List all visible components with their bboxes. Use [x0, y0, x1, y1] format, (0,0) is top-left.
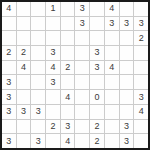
clue-cell[interactable]: 4: [17, 61, 31, 75]
clue-cell[interactable]: 2: [90, 134, 104, 148]
grid-cell[interactable]: [90, 31, 104, 45]
grid-cell[interactable]: [75, 120, 89, 134]
grid-cell[interactable]: [46, 105, 60, 119]
grid-cell[interactable]: [120, 61, 134, 75]
grid-cell[interactable]: [75, 105, 89, 119]
clue-cell[interactable]: 2: [134, 31, 148, 45]
grid-cell[interactable]: [31, 61, 45, 75]
grid-cell[interactable]: [61, 105, 75, 119]
grid-cell[interactable]: [90, 2, 104, 16]
grid-cell[interactable]: [120, 46, 134, 60]
grid-cell[interactable]: [46, 134, 60, 148]
clue-cell[interactable]: 3: [17, 105, 31, 119]
grid-cell[interactable]: [2, 120, 16, 134]
clue-cell[interactable]: 4: [105, 61, 119, 75]
grid-cell[interactable]: [2, 31, 16, 45]
clue-cell[interactable]: 3: [46, 46, 60, 60]
grid-cell[interactable]: [134, 134, 148, 148]
grid-cell[interactable]: [105, 90, 119, 104]
clue-cell[interactable]: 4: [134, 105, 148, 119]
clue-cell[interactable]: 3: [31, 134, 45, 148]
grid-cell[interactable]: [134, 120, 148, 134]
clue-cell[interactable]: 3: [31, 105, 45, 119]
grid-cell[interactable]: [120, 105, 134, 119]
clue-cell[interactable]: 2: [90, 120, 104, 134]
grid-cell[interactable]: [17, 90, 31, 104]
puzzle-grid: 4134333322233442343334033334232333423: [0, 0, 150, 150]
grid-cell[interactable]: [61, 17, 75, 31]
grid-cell[interactable]: [31, 31, 45, 45]
clue-cell[interactable]: 3: [75, 17, 89, 31]
grid-cell[interactable]: [61, 2, 75, 16]
clue-cell[interactable]: 2: [17, 46, 31, 60]
clue-cell[interactable]: 4: [105, 2, 119, 16]
grid-cell[interactable]: [90, 17, 104, 31]
grid-cell[interactable]: [120, 90, 134, 104]
grid-cell[interactable]: [17, 17, 31, 31]
clue-cell[interactable]: 3: [61, 120, 75, 134]
clue-cell[interactable]: 2: [2, 46, 16, 60]
clue-cell[interactable]: 3: [75, 2, 89, 16]
grid-cell[interactable]: [75, 46, 89, 60]
clue-cell[interactable]: 3: [120, 134, 134, 148]
clue-cell[interactable]: 3: [2, 134, 16, 148]
clue-cell[interactable]: 3: [90, 46, 104, 60]
grid-cell[interactable]: [75, 90, 89, 104]
grid-cell[interactable]: [75, 75, 89, 89]
clue-cell[interactable]: 4: [61, 90, 75, 104]
grid-cell[interactable]: [134, 2, 148, 16]
grid-cell[interactable]: [46, 90, 60, 104]
clue-cell[interactable]: 3: [105, 17, 119, 31]
clue-cell[interactable]: 1: [46, 2, 60, 16]
clue-cell[interactable]: 4: [61, 134, 75, 148]
grid-cell[interactable]: [90, 105, 104, 119]
grid-cell[interactable]: [17, 2, 31, 16]
grid-cell[interactable]: [31, 75, 45, 89]
grid-cell[interactable]: [105, 46, 119, 60]
grid-cell[interactable]: [105, 105, 119, 119]
clue-cell[interactable]: 3: [90, 61, 104, 75]
clue-cell[interactable]: 3: [2, 105, 16, 119]
clue-cell[interactable]: 3: [46, 75, 60, 89]
grid-cell[interactable]: [134, 75, 148, 89]
clue-cell[interactable]: 2: [46, 120, 60, 134]
clue-cell[interactable]: 0: [90, 90, 104, 104]
grid-cell[interactable]: [46, 31, 60, 45]
grid-cell[interactable]: [61, 31, 75, 45]
grid-cell[interactable]: [105, 120, 119, 134]
grid-cell[interactable]: [31, 120, 45, 134]
grid-cell[interactable]: [31, 17, 45, 31]
grid-cell[interactable]: [61, 46, 75, 60]
clue-cell[interactable]: 4: [46, 61, 60, 75]
grid-cell[interactable]: [17, 75, 31, 89]
clue-cell[interactable]: 3: [120, 120, 134, 134]
grid-cell[interactable]: [61, 75, 75, 89]
grid-cell[interactable]: [134, 61, 148, 75]
grid-cell[interactable]: [31, 46, 45, 60]
grid-cell[interactable]: [2, 17, 16, 31]
clue-cell[interactable]: 3: [2, 90, 16, 104]
clue-cell[interactable]: 3: [134, 90, 148, 104]
grid-cell[interactable]: [17, 31, 31, 45]
clue-cell[interactable]: 4: [2, 2, 16, 16]
clue-cell[interactable]: 3: [134, 17, 148, 31]
grid-cell[interactable]: [120, 2, 134, 16]
grid-cell[interactable]: [134, 46, 148, 60]
grid-cell[interactable]: [120, 75, 134, 89]
grid-cell[interactable]: [105, 134, 119, 148]
grid-cell[interactable]: [75, 61, 89, 75]
grid-cell[interactable]: [2, 61, 16, 75]
grid-cell[interactable]: [105, 75, 119, 89]
grid-cell[interactable]: [90, 75, 104, 89]
grid-cell[interactable]: [31, 90, 45, 104]
grid-cell[interactable]: [120, 31, 134, 45]
clue-cell[interactable]: 3: [2, 75, 16, 89]
grid-cell[interactable]: [105, 31, 119, 45]
grid-cell[interactable]: [75, 134, 89, 148]
clue-cell[interactable]: 2: [61, 61, 75, 75]
grid-cell[interactable]: [31, 2, 45, 16]
grid-cell[interactable]: [17, 120, 31, 134]
grid-cell[interactable]: [75, 31, 89, 45]
grid-cell[interactable]: [46, 17, 60, 31]
grid-cell[interactable]: [17, 134, 31, 148]
clue-cell[interactable]: 3: [120, 17, 134, 31]
